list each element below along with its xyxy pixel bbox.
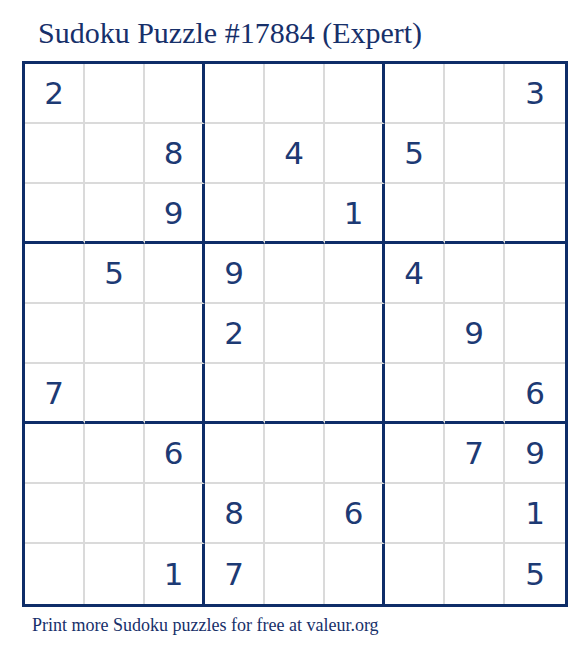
cell-r5c7 xyxy=(385,304,445,364)
cell-r1c2 xyxy=(85,64,145,124)
cell-r8c2 xyxy=(85,484,145,544)
cell-r8c8 xyxy=(445,484,505,544)
cell-r1c1: 2 xyxy=(25,64,85,124)
cell-r7c6 xyxy=(325,424,385,484)
cell-r5c8: 9 xyxy=(445,304,505,364)
cell-r4c4: 9 xyxy=(205,244,265,304)
cell-r6c4 xyxy=(205,364,265,424)
cell-r5c6 xyxy=(325,304,385,364)
sudoku-page: Sudoku Puzzle #17884 (Expert) 2384591594… xyxy=(0,0,580,651)
cell-r5c2 xyxy=(85,304,145,364)
cell-r9c2 xyxy=(85,544,145,604)
cell-r4c1 xyxy=(25,244,85,304)
cell-r4c5 xyxy=(265,244,325,304)
cell-r7c1 xyxy=(25,424,85,484)
cell-r3c4 xyxy=(205,184,265,244)
cell-r3c1 xyxy=(25,184,85,244)
cell-r4c6 xyxy=(325,244,385,304)
cell-r6c9: 6 xyxy=(505,364,565,424)
cell-r9c9: 5 xyxy=(505,544,565,604)
cell-r8c4: 8 xyxy=(205,484,265,544)
cell-r6c1: 7 xyxy=(25,364,85,424)
cell-r3c9 xyxy=(505,184,565,244)
cell-r4c2: 5 xyxy=(85,244,145,304)
cell-r9c4: 7 xyxy=(205,544,265,604)
cell-r9c6 xyxy=(325,544,385,604)
cell-r6c7 xyxy=(385,364,445,424)
cell-r6c5 xyxy=(265,364,325,424)
cell-r6c6 xyxy=(325,364,385,424)
cell-r8c5 xyxy=(265,484,325,544)
cell-r7c9: 9 xyxy=(505,424,565,484)
cell-r4c8 xyxy=(445,244,505,304)
cell-r1c9: 3 xyxy=(505,64,565,124)
cell-r1c6 xyxy=(325,64,385,124)
sudoku-board: 23845915942976679861175 xyxy=(22,61,568,607)
cell-r2c3: 8 xyxy=(145,124,205,184)
cell-r2c2 xyxy=(85,124,145,184)
cell-r5c3 xyxy=(145,304,205,364)
cell-r3c8 xyxy=(445,184,505,244)
cell-r4c3 xyxy=(145,244,205,304)
cell-r1c8 xyxy=(445,64,505,124)
cell-r1c7 xyxy=(385,64,445,124)
cell-r9c5 xyxy=(265,544,325,604)
cell-r2c9 xyxy=(505,124,565,184)
cell-r6c2 xyxy=(85,364,145,424)
cell-r8c7 xyxy=(385,484,445,544)
cell-r4c9 xyxy=(505,244,565,304)
cell-r3c7 xyxy=(385,184,445,244)
cell-r1c4 xyxy=(205,64,265,124)
cell-r8c9: 1 xyxy=(505,484,565,544)
cell-r7c2 xyxy=(85,424,145,484)
cell-r2c6 xyxy=(325,124,385,184)
page-title: Sudoku Puzzle #17884 (Expert) xyxy=(38,16,422,49)
cell-r3c6: 1 xyxy=(325,184,385,244)
cell-r7c3: 6 xyxy=(145,424,205,484)
cell-r2c7: 5 xyxy=(385,124,445,184)
cell-r9c7 xyxy=(385,544,445,604)
cell-r3c5 xyxy=(265,184,325,244)
cell-r7c8: 7 xyxy=(445,424,505,484)
cell-r7c4 xyxy=(205,424,265,484)
cell-r8c1 xyxy=(25,484,85,544)
cell-r6c8 xyxy=(445,364,505,424)
cell-r5c5 xyxy=(265,304,325,364)
cell-r9c8 xyxy=(445,544,505,604)
cell-r1c5 xyxy=(265,64,325,124)
cell-r5c9 xyxy=(505,304,565,364)
cell-r2c5: 4 xyxy=(265,124,325,184)
cell-r4c7: 4 xyxy=(385,244,445,304)
cell-r7c5 xyxy=(265,424,325,484)
cell-r5c1 xyxy=(25,304,85,364)
cell-r1c3 xyxy=(145,64,205,124)
cell-r8c6: 6 xyxy=(325,484,385,544)
cell-r9c3: 1 xyxy=(145,544,205,604)
cell-r6c3 xyxy=(145,364,205,424)
cell-r5c4: 2 xyxy=(205,304,265,364)
cell-r8c3 xyxy=(145,484,205,544)
cell-r7c7 xyxy=(385,424,445,484)
cell-r9c1 xyxy=(25,544,85,604)
cell-r2c4 xyxy=(205,124,265,184)
cell-r3c3: 9 xyxy=(145,184,205,244)
cell-r2c1 xyxy=(25,124,85,184)
footer-text: Print more Sudoku puzzles for free at va… xyxy=(32,615,379,637)
cell-r2c8 xyxy=(445,124,505,184)
cell-r3c2 xyxy=(85,184,145,244)
